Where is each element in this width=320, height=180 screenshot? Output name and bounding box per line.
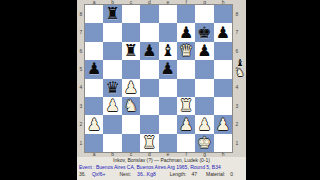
square-f3: ♜ [177,97,195,115]
square-a3 [85,97,103,115]
captured-white-knight-icon: ♞ [236,68,245,78]
square-b6 [103,42,121,60]
square-e3 [159,97,177,115]
material-value: 0 [230,172,233,178]
square-c5 [122,60,140,78]
square-g3 [195,97,213,115]
square-c8 [122,5,140,23]
square-g8 [195,5,213,23]
length-label: Length: [170,172,187,178]
square-f2: ♟ [177,115,195,133]
black-king: ♚ [197,25,211,41]
square-a5: ♟ [85,60,103,78]
square-a4 [85,79,103,97]
white-pawn: ♟ [179,117,193,133]
square-c7 [122,23,140,41]
rank-label-2: 2 [77,115,85,133]
square-b2 [103,115,121,133]
rank-label-3: 3 [77,97,85,115]
rank-label-1: 1 [77,134,85,152]
material-imbalance-tray: ♝ ♞ [234,58,246,78]
white-queen: ♛ [179,43,193,59]
square-h5 [214,60,232,78]
square-g7: ♚ [195,23,213,41]
square-e5: ♟ [159,60,177,78]
square-a2: ♟ [85,115,103,133]
black-pawn: ♟ [179,25,193,41]
black-pawn: ♟ [197,43,211,59]
square-g6: ♟ [195,42,213,60]
rank-labels-left: 87654321 [77,5,85,152]
rank-label-1: 1 [233,134,241,152]
square-e6: ♝ [159,42,177,60]
square-f7: ♟ [177,23,195,41]
rank-label-8: 8 [77,5,85,23]
square-h6 [214,42,232,60]
square-e2 [159,115,177,133]
white-rook: ♜ [179,98,193,114]
white-pawn: ♟ [124,80,138,96]
square-d6: ♟ [140,42,158,60]
players-line: Inkov, Borislav (?) — Pachman, Ludek (0-… [77,158,246,164]
square-e7 [159,23,177,41]
square-f6: ♛ [177,42,195,60]
square-e8 [159,5,177,23]
event-line: Event : Buenos Aires CA, Buenos Aires Ar… [77,165,246,171]
chess-viewer-panel: abcdefgh 87654321 87654321 ♜♟♚♟♜♟♝♛♟♟♟♛♟… [77,0,246,180]
rank-label-4: 4 [233,79,241,97]
square-c6: ♜ [122,42,140,60]
square-f8 [177,5,195,23]
black-pawn: ♟ [87,61,101,77]
square-e4 [159,79,177,97]
square-h3 [214,97,232,115]
white-rook: ♜ [142,135,156,151]
material-label: Material: [206,172,225,178]
move-number: 36. [79,172,86,178]
square-b3: ♟ [103,97,121,115]
square-f4 [177,79,195,97]
rank-label-4: 4 [77,79,85,97]
square-e1 [159,134,177,152]
square-g2: ♟ [195,115,213,133]
rank-labels-right: 87654321 [233,5,241,152]
rank-label-7: 7 [233,23,241,41]
square-d3 [140,97,158,115]
square-b4: ♛ [103,79,121,97]
black-queen: ♛ [105,80,119,96]
square-b5 [103,60,121,78]
rank-label-6: 6 [77,42,85,60]
game-info-caption: Inkov, Borislav (?) — Pachman, Ludek (0-… [77,157,246,180]
square-c3: ♞ [122,97,140,115]
square-h2: ♟ [214,115,232,133]
square-d1: ♜ [140,134,158,152]
square-h4 [214,79,232,97]
black-pawn: ♟ [216,25,230,41]
square-b8: ♜ [103,5,121,23]
square-g1: ♚ [195,134,213,152]
square-d2 [140,115,158,133]
next-move: 36...Kg8 [137,172,156,178]
square-c1 [122,134,140,152]
square-h8 [214,5,232,23]
black-bishop: ♝ [161,43,175,59]
square-a7 [85,23,103,41]
white-king: ♚ [197,135,211,151]
next-label: Next: [119,172,131,178]
video-frame: abcdefgh 87654321 87654321 ♜♟♚♟♜♟♝♛♟♟♟♛♟… [0,0,320,180]
square-f5 [177,60,195,78]
length-value: 47 [191,172,197,178]
square-a6 [85,42,103,60]
board: ♜♟♚♟♜♟♝♛♟♟♟♛♟♟♞♜♟♟♟♟♜♚ [85,5,232,152]
white-pawn: ♟ [216,117,230,133]
move-played: Qxf6+ [92,172,105,178]
square-d8 [140,5,158,23]
square-a8 [85,5,103,23]
white-knight: ♞ [124,98,138,114]
rank-label-8: 8 [233,5,241,23]
square-h7: ♟ [214,23,232,41]
black-rook: ♜ [105,6,119,22]
rank-label-3: 3 [233,97,241,115]
square-g5 [195,60,213,78]
white-pawn: ♟ [105,98,119,114]
black-pawn: ♟ [142,43,156,59]
square-d4 [140,79,158,97]
square-h1 [214,134,232,152]
square-c4: ♟ [122,79,140,97]
square-d7 [140,23,158,41]
square-g4 [195,79,213,97]
white-pawn: ♟ [87,117,101,133]
black-rook: ♜ [124,43,138,59]
square-a1 [85,134,103,152]
move-status-line: 36. Qxf6+ Next: 36...Kg8 Length: 47 Mate… [77,172,246,178]
square-b7 [103,23,121,41]
square-b1 [103,134,121,152]
square-f1 [177,134,195,152]
square-d5 [140,60,158,78]
rank-label-7: 7 [77,23,85,41]
rank-label-2: 2 [233,115,241,133]
rank-label-5: 5 [77,60,85,78]
black-pawn: ♟ [161,61,175,77]
white-pawn: ♟ [197,117,211,133]
square-c2 [122,115,140,133]
